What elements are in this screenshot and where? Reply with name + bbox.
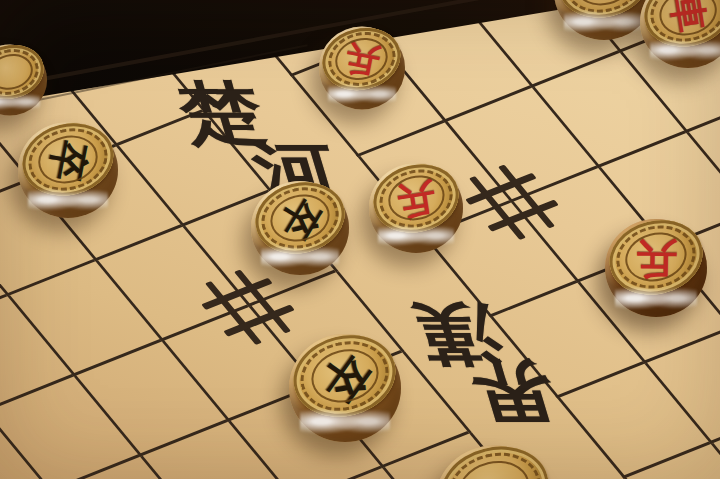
piece-character: 卒 — [45, 137, 92, 184]
piece-red-兵[interactable]: 兵 — [319, 27, 405, 110]
piece-unknown[interactable] — [0, 45, 47, 116]
pieces-layer: 卒卒卒兵兵兵車 — [0, 0, 720, 479]
piece-black-卒[interactable]: 卒 — [251, 181, 349, 275]
piece-face: 卒 — [248, 173, 352, 262]
piece-black-卒[interactable]: 卒 — [289, 334, 401, 442]
piece-red-車[interactable]: 車 — [640, 0, 720, 68]
xiangqi-photo-scene: 楚 河 漢 界 卒卒卒兵兵兵車 — [0, 0, 720, 479]
piece-unknown[interactable] — [554, 0, 654, 40]
piece-face: 車 — [637, 0, 720, 56]
piece-face — [431, 436, 557, 479]
piece-face: 兵 — [366, 155, 466, 241]
piece-red-兵[interactable]: 兵 — [369, 163, 463, 253]
piece-character: 車 — [667, 0, 710, 35]
piece-black-卒[interactable]: 卒 — [18, 122, 118, 218]
piece-character: 兵 — [342, 40, 382, 80]
piece-character: 兵 — [635, 238, 677, 280]
piece-red-兵[interactable]: 兵 — [605, 219, 707, 317]
piece-face: 卒 — [285, 325, 404, 427]
piece-face: 卒 — [15, 114, 121, 205]
piece-character: 卒 — [274, 192, 328, 246]
piece-unknown[interactable] — [435, 446, 553, 479]
piece-face — [0, 38, 49, 105]
piece-face: 兵 — [602, 211, 711, 304]
piece-character: 兵 — [395, 178, 438, 221]
piece-face: 兵 — [316, 19, 408, 98]
piece-character: 卒 — [314, 346, 377, 409]
